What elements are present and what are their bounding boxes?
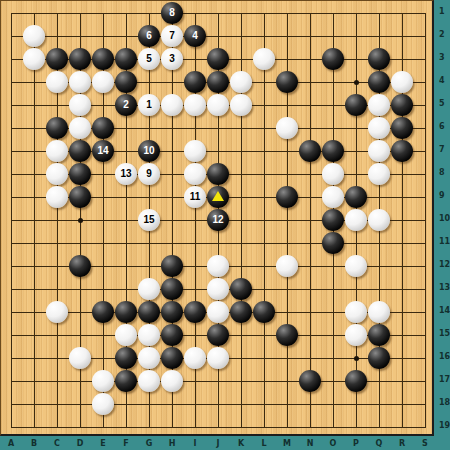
grid-line-vertical	[264, 13, 265, 428]
white-stone-E4[interactable]	[92, 71, 114, 93]
white-stone-Q6[interactable]	[368, 117, 390, 139]
coord-number-18: 18	[439, 398, 450, 407]
move-number-label: 11	[184, 186, 206, 208]
white-stone-G8[interactable]: 9	[138, 163, 160, 185]
white-stone-O9[interactable]	[322, 186, 344, 208]
move-number-label: 7	[161, 25, 183, 47]
coord-letter-A: A	[6, 439, 16, 448]
black-stone-F16[interactable]	[115, 347, 137, 369]
white-stone-J12[interactable]	[207, 255, 229, 277]
grid-line-horizontal	[11, 36, 426, 37]
coord-number-2: 2	[439, 30, 450, 39]
black-stone-N17[interactable]	[299, 370, 321, 392]
black-stone-D8[interactable]	[69, 163, 91, 185]
black-stone-O10[interactable]	[322, 209, 344, 231]
white-stone-M12[interactable]	[276, 255, 298, 277]
white-stone-I16[interactable]	[184, 347, 206, 369]
black-stone-J15[interactable]	[207, 324, 229, 346]
white-stone-P15[interactable]	[345, 324, 367, 346]
black-stone-P5[interactable]	[345, 94, 367, 116]
move-number-label: 2	[115, 94, 137, 116]
white-stone-H17[interactable]	[161, 370, 183, 392]
coord-letter-P: P	[351, 439, 361, 448]
black-stone-Q16[interactable]	[368, 347, 390, 369]
coord-letter-R: R	[397, 439, 407, 448]
white-stone-I5[interactable]	[184, 94, 206, 116]
black-stone-J9[interactable]	[207, 186, 229, 208]
black-stone-M4[interactable]	[276, 71, 298, 93]
coord-number-9: 9	[439, 191, 450, 200]
white-stone-F8[interactable]: 13	[115, 163, 137, 185]
black-stone-C6[interactable]	[46, 117, 68, 139]
black-stone-H1[interactable]: 8	[161, 2, 183, 24]
white-stone-H3[interactable]: 3	[161, 48, 183, 70]
grid-line-horizontal	[11, 243, 426, 244]
grid-line-horizontal	[11, 404, 426, 405]
move-number-label: 4	[184, 25, 206, 47]
coord-letter-L: L	[259, 439, 269, 448]
coord-letter-H: H	[167, 439, 177, 448]
white-stone-K4[interactable]	[230, 71, 252, 93]
grid-line-vertical	[425, 13, 426, 428]
coord-number-11: 11	[439, 237, 450, 246]
move-number-label: 1	[138, 94, 160, 116]
white-stone-I9[interactable]: 11	[184, 186, 206, 208]
triangle-marker	[212, 191, 224, 201]
coord-number-12: 12	[439, 260, 450, 269]
white-stone-O8[interactable]	[322, 163, 344, 185]
black-stone-F14[interactable]	[115, 301, 137, 323]
black-stone-D7[interactable]	[69, 140, 91, 162]
black-stone-L14[interactable]	[253, 301, 275, 323]
go-board[interactable]: 867453211410139111512	[0, 0, 434, 436]
coord-letter-D: D	[75, 439, 85, 448]
white-stone-M6[interactable]	[276, 117, 298, 139]
black-stone-C3[interactable]	[46, 48, 68, 70]
black-stone-M15[interactable]	[276, 324, 298, 346]
grid-line-horizontal	[11, 13, 426, 14]
coord-letter-S: S	[420, 439, 430, 448]
black-stone-M9[interactable]	[276, 186, 298, 208]
white-stone-F15[interactable]	[115, 324, 137, 346]
move-number-label: 14	[92, 140, 114, 162]
black-stone-J3[interactable]	[207, 48, 229, 70]
white-stone-Q10[interactable]	[368, 209, 390, 231]
black-stone-P9[interactable]	[345, 186, 367, 208]
move-number-label: 5	[138, 48, 160, 70]
black-stone-O11[interactable]	[322, 232, 344, 254]
grid-line-horizontal	[11, 427, 426, 428]
black-stone-F17[interactable]	[115, 370, 137, 392]
coord-number-4: 4	[439, 76, 450, 85]
white-stone-G15[interactable]	[138, 324, 160, 346]
black-stone-D9[interactable]	[69, 186, 91, 208]
black-stone-D3[interactable]	[69, 48, 91, 70]
coord-number-13: 13	[439, 283, 450, 292]
white-stone-P10[interactable]	[345, 209, 367, 231]
black-stone-J10[interactable]: 12	[207, 209, 229, 231]
coord-number-19: 19	[439, 421, 450, 430]
white-stone-P14[interactable]	[345, 301, 367, 323]
white-stone-D4[interactable]	[69, 71, 91, 93]
white-stone-D6[interactable]	[69, 117, 91, 139]
white-stone-C9[interactable]	[46, 186, 68, 208]
white-stone-R4[interactable]	[391, 71, 413, 93]
star-point	[354, 356, 359, 361]
white-stone-H5[interactable]	[161, 94, 183, 116]
coord-number-3: 3	[439, 53, 450, 62]
white-stone-E17[interactable]	[92, 370, 114, 392]
black-stone-G2[interactable]: 6	[138, 25, 160, 47]
white-stone-D16[interactable]	[69, 347, 91, 369]
black-stone-J4[interactable]	[207, 71, 229, 93]
black-stone-F4[interactable]	[115, 71, 137, 93]
white-stone-G3[interactable]: 5	[138, 48, 160, 70]
coord-number-6: 6	[439, 122, 450, 131]
black-stone-P17[interactable]	[345, 370, 367, 392]
black-stone-H12[interactable]	[161, 255, 183, 277]
white-stone-H2[interactable]: 7	[161, 25, 183, 47]
coord-number-10: 10	[439, 214, 450, 223]
white-stone-C7[interactable]	[46, 140, 68, 162]
black-stone-E6[interactable]	[92, 117, 114, 139]
coord-number-1: 1	[439, 7, 450, 16]
coord-letter-B: B	[29, 439, 39, 448]
black-stone-F3[interactable]	[115, 48, 137, 70]
black-stone-N7[interactable]	[299, 140, 321, 162]
black-stone-O3[interactable]	[322, 48, 344, 70]
white-stone-B2[interactable]	[23, 25, 45, 47]
coord-letter-J: J	[213, 439, 223, 448]
move-number-label: 9	[138, 163, 160, 185]
black-stone-O7[interactable]	[322, 140, 344, 162]
star-point	[78, 218, 83, 223]
coord-letter-G: G	[144, 439, 154, 448]
black-stone-R6[interactable]	[391, 117, 413, 139]
black-stone-H15[interactable]	[161, 324, 183, 346]
white-stone-C4[interactable]	[46, 71, 68, 93]
white-stone-G5[interactable]: 1	[138, 94, 160, 116]
black-stone-E3[interactable]	[92, 48, 114, 70]
move-number-label: 10	[138, 140, 160, 162]
coord-number-5: 5	[439, 99, 450, 108]
bottom-coordinate-strip: ABCDEFGHIJKLMNOPQRS	[0, 436, 434, 450]
move-number-label: 15	[138, 209, 160, 231]
white-stone-Q14[interactable]	[368, 301, 390, 323]
move-number-label: 12	[207, 209, 229, 231]
white-stone-G10[interactable]: 15	[138, 209, 160, 231]
white-stone-K5[interactable]	[230, 94, 252, 116]
coord-number-15: 15	[439, 329, 450, 338]
black-stone-E14[interactable]	[92, 301, 114, 323]
black-stone-D12[interactable]	[69, 255, 91, 277]
black-stone-G7[interactable]: 10	[138, 140, 160, 162]
coord-letter-M: M	[282, 439, 292, 448]
white-stone-Q8[interactable]	[368, 163, 390, 185]
black-stone-J8[interactable]	[207, 163, 229, 185]
grid-line-vertical	[34, 13, 35, 428]
black-stone-H16[interactable]	[161, 347, 183, 369]
black-stone-H14[interactable]	[161, 301, 183, 323]
white-stone-J13[interactable]	[207, 278, 229, 300]
white-stone-G13[interactable]	[138, 278, 160, 300]
white-stone-Q5[interactable]	[368, 94, 390, 116]
black-stone-H13[interactable]	[161, 278, 183, 300]
black-stone-Q3[interactable]	[368, 48, 390, 70]
coord-letter-O: O	[328, 439, 338, 448]
black-stone-I4[interactable]	[184, 71, 206, 93]
black-stone-R7[interactable]	[391, 140, 413, 162]
black-stone-Q4[interactable]	[368, 71, 390, 93]
coord-letter-Q: Q	[374, 439, 384, 448]
white-stone-G17[interactable]	[138, 370, 160, 392]
coord-letter-C: C	[52, 439, 62, 448]
coord-number-8: 8	[439, 168, 450, 177]
move-number-label: 13	[115, 163, 137, 185]
white-stone-C8[interactable]	[46, 163, 68, 185]
move-number-label: 6	[138, 25, 160, 47]
black-stone-I14[interactable]	[184, 301, 206, 323]
white-stone-Q7[interactable]	[368, 140, 390, 162]
white-stone-D5[interactable]	[69, 94, 91, 116]
black-stone-F5[interactable]: 2	[115, 94, 137, 116]
white-stone-I8[interactable]	[184, 163, 206, 185]
black-stone-K13[interactable]	[230, 278, 252, 300]
go-diagram: 867453211410139111512 123456789101112131…	[0, 0, 450, 450]
right-coordinate-strip: 12345678910111213141516171819	[434, 0, 450, 450]
grid-line-vertical	[310, 13, 311, 428]
white-stone-J16[interactable]	[207, 347, 229, 369]
star-point	[354, 80, 359, 85]
move-number-label: 3	[161, 48, 183, 70]
grid-line-vertical	[11, 13, 12, 428]
coord-letter-F: F	[121, 439, 131, 448]
coord-letter-E: E	[98, 439, 108, 448]
white-stone-L3[interactable]	[253, 48, 275, 70]
coord-number-16: 16	[439, 352, 450, 361]
white-stone-J14[interactable]	[207, 301, 229, 323]
coord-number-7: 7	[439, 145, 450, 154]
coord-number-14: 14	[439, 306, 450, 315]
black-stone-Q15[interactable]	[368, 324, 390, 346]
white-stone-J5[interactable]	[207, 94, 229, 116]
move-number-label: 8	[161, 2, 183, 24]
black-stone-E7[interactable]: 14	[92, 140, 114, 162]
coord-letter-K: K	[236, 439, 246, 448]
white-stone-G16[interactable]	[138, 347, 160, 369]
black-stone-R5[interactable]	[391, 94, 413, 116]
coord-letter-N: N	[305, 439, 315, 448]
white-stone-B3[interactable]	[23, 48, 45, 70]
white-stone-E18[interactable]	[92, 393, 114, 415]
black-stone-K14[interactable]	[230, 301, 252, 323]
black-stone-G14[interactable]	[138, 301, 160, 323]
white-stone-I7[interactable]	[184, 140, 206, 162]
coord-letter-I: I	[190, 439, 200, 448]
white-stone-C14[interactable]	[46, 301, 68, 323]
coord-number-17: 17	[439, 375, 450, 384]
white-stone-P12[interactable]	[345, 255, 367, 277]
black-stone-I2[interactable]: 4	[184, 25, 206, 47]
